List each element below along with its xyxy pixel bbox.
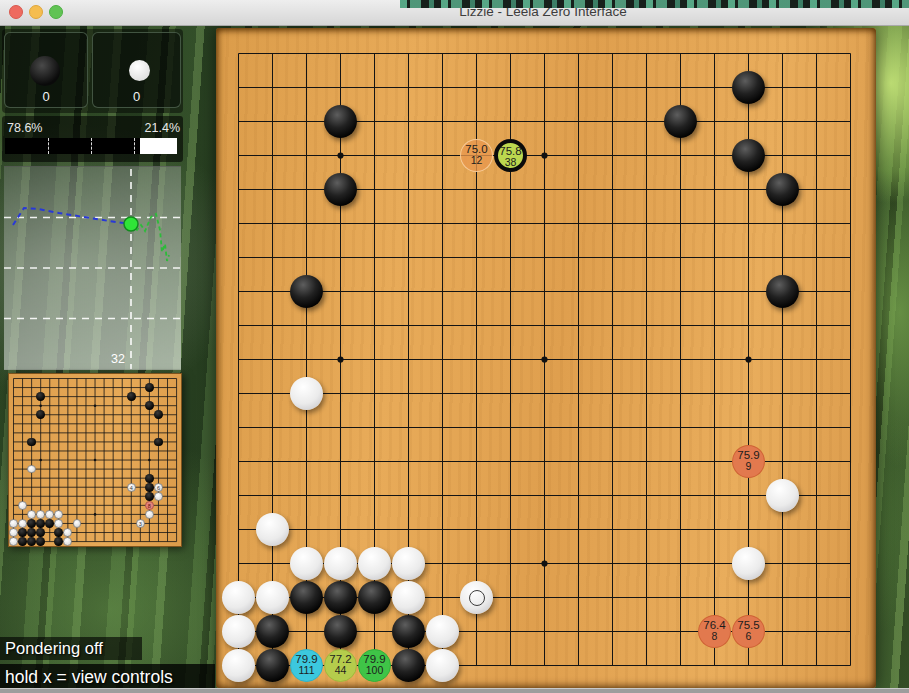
candidate-visits: 38 [498,157,523,168]
thumb-variation-black-C1[interactable] [27,537,36,546]
thumb-white-B5[interactable] [18,501,27,510]
white-stone-B3[interactable] [256,581,289,614]
thumb-black-B1[interactable] [18,537,27,546]
star-point [39,404,42,407]
white-stone-H3[interactable] [460,581,493,614]
black-stone-D17[interactable] [324,105,357,138]
thumb-white-A1[interactable] [9,537,18,546]
candidate-move-E1[interactable]: 79.9100 [358,649,391,682]
thumb-black-B2[interactable] [18,528,27,537]
white-capture-count: 0 [92,89,181,104]
thumb-black-D17[interactable] [36,392,45,401]
thumb-variation-move-O7[interactable]: 4 [127,483,136,492]
black-stone-E3[interactable] [358,581,391,614]
black-stone-B1[interactable] [256,649,289,682]
candidate-move-Q7[interactable]: 75.99 [732,445,765,478]
black-capture-count: 0 [4,89,88,104]
thumb-black-C3[interactable] [27,519,36,528]
white-stone-D4[interactable] [324,547,357,580]
candidate-move-P2[interactable]: 76.48 [698,615,731,648]
star-point [541,356,547,362]
white-stone-E4[interactable] [358,547,391,580]
white-stone-F4[interactable] [392,547,425,580]
candidate-visits: 9 [733,461,764,472]
thumb-black-Q18[interactable] [145,383,154,392]
star-point [337,152,343,158]
last-move-marker [469,590,485,606]
black-stone-F2[interactable] [392,615,425,648]
white-stone-A2[interactable] [222,615,255,648]
white-stone-F3[interactable] [392,581,425,614]
black-stone-F1[interactable] [392,649,425,682]
black-stone-D2[interactable] [324,615,357,648]
thumb-black-D3[interactable] [36,519,45,528]
black-stone-Q16[interactable] [732,139,765,172]
winrate-tick-25 [48,138,49,154]
winrate-tick-75 [134,138,135,154]
star-point [745,356,751,362]
winrate-bar-black [5,138,140,154]
white-stone-B5[interactable] [256,513,289,546]
thumb-white-A3[interactable] [9,519,18,528]
current-move-dot [124,217,138,231]
star-point [94,404,97,407]
thumb-white-D4[interactable] [36,510,45,519]
thumb-white-R6[interactable] [154,492,163,501]
thumb-black-Q16[interactable] [145,401,154,410]
winrate-tick-50 [91,138,92,154]
black-stone-B2[interactable] [256,615,289,648]
star-point [541,152,547,158]
thumb-white-Q4[interactable] [145,510,154,519]
candidate-visits: 100 [359,665,390,676]
thumb-black-R15[interactable] [154,410,163,419]
thumb-white-A2[interactable] [9,528,18,537]
white-stone-G1[interactable] [426,649,459,682]
thumb-white-H3[interactable] [73,519,82,528]
black-stone-C3[interactable] [290,581,323,614]
white-stone-A1[interactable] [222,649,255,682]
pondering-status: Pondering off [0,637,142,660]
candidate-visits: 44 [325,665,356,676]
star-point [541,560,547,566]
winrate-history-line [13,208,131,225]
thumb-variation-black-Q8[interactable] [145,474,154,483]
black-stone-Q18[interactable] [732,71,765,104]
black-winrate-label: 78.6% [7,121,42,135]
thumb-white-F3[interactable] [54,519,63,528]
candidate-visits: 8 [699,631,730,642]
thumb-black-R12[interactable] [154,438,163,447]
white-stone-G2[interactable] [426,615,459,648]
winrate-graph-plot: 32 [4,167,181,369]
candidate-move-Q2[interactable]: 75.56 [732,615,765,648]
background-window-strip [400,0,909,8]
thumb-variation-black-D1[interactable] [36,537,45,546]
candidate-visits: 111 [291,665,322,676]
thumb-white-E4[interactable] [45,510,54,519]
thumb-variation-black-Q7[interactable] [145,483,154,492]
lizzie-window: Lizzie - Leela Zero Interface 75.01275.8… [0,0,909,693]
white-stone-C4[interactable] [290,547,323,580]
white-stone-Q4[interactable] [732,547,765,580]
white-stone-icon [129,60,150,81]
controls-hint: hold x = view controls [0,664,215,691]
candidate-visits: 12 [461,155,492,166]
winrate-bar [5,138,177,154]
minimize-button[interactable] [29,5,43,19]
star-point [337,356,343,362]
thumb-black-O17[interactable] [127,392,136,401]
black-stone-R12[interactable] [766,275,799,308]
black-stone-D3[interactable] [324,581,357,614]
star-point [39,459,42,462]
thumb-white-B3[interactable] [18,519,27,528]
white-stone-C9[interactable] [290,377,323,410]
candidate-move-H16[interactable]: 75.012 [460,139,493,172]
variation-preview-board[interactable]: 3468 [8,373,182,547]
winrate-graph[interactable]: 32 [4,166,181,370]
thumb-black-D2[interactable] [36,528,45,537]
star-point [94,459,97,462]
thumb-variation-black-Q6[interactable] [145,492,154,501]
thumb-white-C4[interactable] [27,510,36,519]
thumb-variation-black-C2[interactable] [27,528,36,537]
window-bottom-edge [0,688,909,693]
thumb-variation-move-P3[interactable]: 3 [136,519,145,528]
candidate-visits: 6 [733,631,764,642]
black-stone-D15[interactable] [324,173,357,206]
candidate-move-D1[interactable]: 77.244 [324,649,357,682]
go-board[interactable]: 75.01275.83875.9976.4875.5679.911177.244… [216,28,876,688]
thumb-variation-move-Q5[interactable]: 8 [145,501,154,510]
close-button[interactable] [9,5,23,19]
zoom-button[interactable] [49,5,63,19]
thumb-variation-move-R7[interactable]: 6 [154,483,163,492]
star-point [148,459,151,462]
move-number-label: 32 [111,352,125,366]
white-stone-R6[interactable] [766,479,799,512]
candidate-move-J16[interactable]: 75.838 [494,139,527,172]
white-stone-A3[interactable] [222,581,255,614]
star-point [94,513,97,516]
black-stone-R15[interactable] [766,173,799,206]
black-stone-icon [30,56,60,86]
thumb-black-E3[interactable] [45,519,54,528]
thumb-white-F4[interactable] [54,510,63,519]
white-winrate-label: 21.4% [145,121,180,135]
black-stone-C12[interactable] [290,275,323,308]
black-stone-O17[interactable] [664,105,697,138]
candidate-move-C1[interactable]: 79.9111 [290,649,323,682]
